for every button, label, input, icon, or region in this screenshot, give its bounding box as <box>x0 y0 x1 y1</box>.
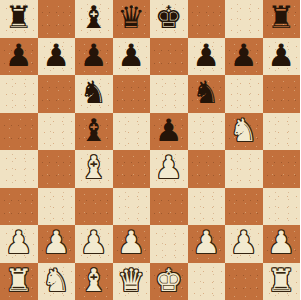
square-d2[interactable]: ♟ <box>113 225 151 263</box>
piece-black-pawn[interactable]: ♟ <box>80 40 108 71</box>
piece-white-knight[interactable]: ♞ <box>42 265 70 296</box>
square-h4[interactable] <box>263 150 301 188</box>
square-h7[interactable]: ♟ <box>263 38 301 76</box>
piece-white-bishop[interactable]: ♝ <box>80 152 108 183</box>
square-b2[interactable]: ♟ <box>38 225 76 263</box>
square-a6[interactable] <box>0 75 38 113</box>
piece-black-pawn[interactable]: ♟ <box>230 40 258 71</box>
piece-white-pawn[interactable]: ♟ <box>5 227 33 258</box>
square-c4[interactable]: ♝ <box>75 150 113 188</box>
piece-black-queen[interactable]: ♛ <box>117 2 145 33</box>
piece-white-pawn[interactable]: ♟ <box>42 227 70 258</box>
square-h5[interactable] <box>263 113 301 151</box>
square-e2[interactable] <box>150 225 188 263</box>
piece-white-pawn[interactable]: ♟ <box>117 227 145 258</box>
square-h6[interactable] <box>263 75 301 113</box>
piece-black-pawn[interactable]: ♟ <box>42 40 70 71</box>
square-b3[interactable] <box>38 188 76 226</box>
piece-black-pawn[interactable]: ♟ <box>267 40 295 71</box>
square-f7[interactable]: ♟ <box>188 38 226 76</box>
square-b6[interactable] <box>38 75 76 113</box>
piece-white-queen[interactable]: ♛ <box>117 265 145 296</box>
piece-black-bishop[interactable]: ♝ <box>80 2 108 33</box>
square-d7[interactable]: ♟ <box>113 38 151 76</box>
piece-white-pawn[interactable]: ♟ <box>267 227 295 258</box>
square-g2[interactable]: ♟ <box>225 225 263 263</box>
square-f8[interactable] <box>188 0 226 38</box>
square-a3[interactable] <box>0 188 38 226</box>
square-a7[interactable]: ♟ <box>0 38 38 76</box>
square-b1[interactable]: ♞ <box>38 263 76 300</box>
piece-white-knight[interactable]: ♞ <box>230 115 258 146</box>
square-g1[interactable] <box>225 263 263 300</box>
piece-white-pawn[interactable]: ♟ <box>155 152 183 183</box>
piece-black-pawn[interactable]: ♟ <box>192 40 220 71</box>
square-h2[interactable]: ♟ <box>263 225 301 263</box>
square-c8[interactable]: ♝ <box>75 0 113 38</box>
square-c6[interactable]: ♞ <box>75 75 113 113</box>
square-a5[interactable] <box>0 113 38 151</box>
square-d3[interactable] <box>113 188 151 226</box>
square-c7[interactable]: ♟ <box>75 38 113 76</box>
square-f3[interactable] <box>188 188 226 226</box>
piece-white-pawn[interactable]: ♟ <box>192 227 220 258</box>
piece-white-rook[interactable]: ♜ <box>5 265 33 296</box>
square-b8[interactable] <box>38 0 76 38</box>
square-f2[interactable]: ♟ <box>188 225 226 263</box>
square-g8[interactable] <box>225 0 263 38</box>
square-e6[interactable] <box>150 75 188 113</box>
square-e4[interactable]: ♟ <box>150 150 188 188</box>
piece-black-rook[interactable]: ♜ <box>267 2 295 33</box>
piece-white-pawn[interactable]: ♟ <box>230 227 258 258</box>
piece-black-pawn[interactable]: ♟ <box>155 115 183 146</box>
square-b5[interactable] <box>38 113 76 151</box>
square-f5[interactable] <box>188 113 226 151</box>
square-h8[interactable]: ♜ <box>263 0 301 38</box>
square-h1[interactable]: ♜ <box>263 263 301 300</box>
piece-black-king[interactable]: ♚ <box>155 2 183 33</box>
piece-black-bishop[interactable]: ♝ <box>80 115 108 146</box>
square-d8[interactable]: ♛ <box>113 0 151 38</box>
piece-white-pawn[interactable]: ♟ <box>80 227 108 258</box>
piece-white-rook[interactable]: ♜ <box>267 265 295 296</box>
square-a1[interactable]: ♜ <box>0 263 38 300</box>
square-g7[interactable]: ♟ <box>225 38 263 76</box>
square-a4[interactable] <box>0 150 38 188</box>
square-d4[interactable] <box>113 150 151 188</box>
square-b7[interactable]: ♟ <box>38 38 76 76</box>
square-e7[interactable] <box>150 38 188 76</box>
square-b4[interactable] <box>38 150 76 188</box>
square-e8[interactable]: ♚ <box>150 0 188 38</box>
square-a2[interactable]: ♟ <box>0 225 38 263</box>
square-e3[interactable] <box>150 188 188 226</box>
square-h3[interactable] <box>263 188 301 226</box>
square-c2[interactable]: ♟ <box>75 225 113 263</box>
square-f4[interactable] <box>188 150 226 188</box>
square-c1[interactable]: ♝ <box>75 263 113 300</box>
square-c5[interactable]: ♝ <box>75 113 113 151</box>
square-d6[interactable] <box>113 75 151 113</box>
piece-black-knight[interactable]: ♞ <box>80 77 108 108</box>
chess-board: ♜♝♛♚♜♟♟♟♟♟♟♟♞♞♝♟♞♝♟♟♟♟♟♟♟♟♜♞♝♛♚♜ <box>0 0 300 300</box>
piece-black-pawn[interactable]: ♟ <box>5 40 33 71</box>
square-g5[interactable]: ♞ <box>225 113 263 151</box>
piece-black-pawn[interactable]: ♟ <box>117 40 145 71</box>
square-f1[interactable] <box>188 263 226 300</box>
piece-black-knight[interactable]: ♞ <box>192 77 220 108</box>
square-g4[interactable] <box>225 150 263 188</box>
square-e5[interactable]: ♟ <box>150 113 188 151</box>
piece-black-rook[interactable]: ♜ <box>5 2 33 33</box>
square-d5[interactable] <box>113 113 151 151</box>
square-e1[interactable]: ♚ <box>150 263 188 300</box>
square-c3[interactable] <box>75 188 113 226</box>
square-d1[interactable]: ♛ <box>113 263 151 300</box>
piece-white-king[interactable]: ♚ <box>155 265 183 296</box>
square-a8[interactable]: ♜ <box>0 0 38 38</box>
square-g6[interactable] <box>225 75 263 113</box>
square-f6[interactable]: ♞ <box>188 75 226 113</box>
square-g3[interactable] <box>225 188 263 226</box>
piece-white-bishop[interactable]: ♝ <box>80 265 108 296</box>
